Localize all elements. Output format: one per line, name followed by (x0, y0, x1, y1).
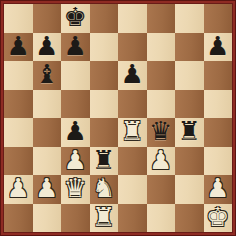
square-f2[interactable] (147, 175, 176, 204)
square-f5[interactable] (147, 90, 176, 119)
square-d5[interactable] (90, 90, 119, 119)
piece-white-pawn[interactable]: ♟ (64, 147, 87, 174)
piece-white-rook[interactable]: ♜ (92, 204, 115, 231)
square-a2[interactable]: ♟ (4, 175, 33, 204)
square-h3[interactable] (204, 147, 233, 176)
piece-black-pawn[interactable]: ♟ (64, 118, 87, 145)
square-h8[interactable] (204, 4, 233, 33)
piece-white-knight[interactable]: ♞ (92, 175, 115, 202)
square-c2[interactable]: ♛ (61, 175, 90, 204)
square-d7[interactable] (90, 33, 119, 62)
square-h5[interactable] (204, 90, 233, 119)
piece-white-rook[interactable]: ♜ (121, 118, 144, 145)
square-a8[interactable] (4, 4, 33, 33)
square-b8[interactable] (33, 4, 62, 33)
square-c4[interactable]: ♟ (61, 118, 90, 147)
square-f1[interactable] (147, 204, 176, 233)
square-b4[interactable] (33, 118, 62, 147)
piece-black-pawn[interactable]: ♟ (206, 33, 229, 60)
square-a6[interactable] (4, 61, 33, 90)
square-g1[interactable] (175, 204, 204, 233)
square-e3[interactable] (118, 147, 147, 176)
square-h6[interactable] (204, 61, 233, 90)
square-c8[interactable]: ♚ (61, 4, 90, 33)
square-e5[interactable] (118, 90, 147, 119)
piece-white-pawn[interactable]: ♟ (206, 175, 229, 202)
square-d4[interactable] (90, 118, 119, 147)
square-a3[interactable] (4, 147, 33, 176)
square-d8[interactable] (90, 4, 119, 33)
square-f4[interactable]: ♛ (147, 118, 176, 147)
square-g8[interactable] (175, 4, 204, 33)
piece-white-pawn[interactable]: ♟ (7, 175, 30, 202)
piece-black-rook[interactable]: ♜ (92, 147, 115, 174)
square-e1[interactable] (118, 204, 147, 233)
square-b5[interactable] (33, 90, 62, 119)
piece-white-queen[interactable]: ♛ (64, 175, 87, 202)
square-d2[interactable]: ♞ (90, 175, 119, 204)
square-b7[interactable]: ♟ (33, 33, 62, 62)
square-h1[interactable]: ♚ (204, 204, 233, 233)
square-e7[interactable] (118, 33, 147, 62)
square-b2[interactable]: ♟ (33, 175, 62, 204)
square-d1[interactable]: ♜ (90, 204, 119, 233)
board-frame: ♚♟♟♟♟♝♟♟♜♛♜♟♜♟♟♟♛♞♟♜♚ (0, 0, 236, 236)
square-c7[interactable]: ♟ (61, 33, 90, 62)
square-b6[interactable]: ♝ (33, 61, 62, 90)
piece-black-pawn[interactable]: ♟ (7, 33, 30, 60)
square-f3[interactable]: ♟ (147, 147, 176, 176)
square-g6[interactable] (175, 61, 204, 90)
square-d3[interactable]: ♜ (90, 147, 119, 176)
piece-white-pawn[interactable]: ♟ (35, 175, 58, 202)
piece-black-bishop[interactable]: ♝ (35, 61, 58, 88)
square-g3[interactable] (175, 147, 204, 176)
square-c3[interactable]: ♟ (61, 147, 90, 176)
piece-black-queen[interactable]: ♛ (149, 118, 172, 145)
square-g4[interactable]: ♜ (175, 118, 204, 147)
piece-white-pawn[interactable]: ♟ (149, 147, 172, 174)
piece-white-king[interactable]: ♚ (206, 204, 229, 231)
piece-black-king[interactable]: ♚ (64, 4, 87, 31)
square-g7[interactable] (175, 33, 204, 62)
square-c1[interactable] (61, 204, 90, 233)
square-e8[interactable] (118, 4, 147, 33)
square-g5[interactable] (175, 90, 204, 119)
piece-black-pawn[interactable]: ♟ (121, 61, 144, 88)
chess-board: ♚♟♟♟♟♝♟♟♜♛♜♟♜♟♟♟♛♞♟♜♚ (4, 4, 232, 232)
square-h2[interactable]: ♟ (204, 175, 233, 204)
square-b1[interactable] (33, 204, 62, 233)
square-g2[interactable] (175, 175, 204, 204)
square-h4[interactable] (204, 118, 233, 147)
square-b3[interactable] (33, 147, 62, 176)
square-f6[interactable] (147, 61, 176, 90)
square-h7[interactable]: ♟ (204, 33, 233, 62)
square-a1[interactable] (4, 204, 33, 233)
piece-black-pawn[interactable]: ♟ (64, 33, 87, 60)
square-d6[interactable] (90, 61, 119, 90)
square-f7[interactable] (147, 33, 176, 62)
square-c6[interactable] (61, 61, 90, 90)
square-a4[interactable] (4, 118, 33, 147)
piece-black-rook[interactable]: ♜ (178, 118, 201, 145)
square-f8[interactable] (147, 4, 176, 33)
square-e2[interactable] (118, 175, 147, 204)
square-c5[interactable] (61, 90, 90, 119)
square-e6[interactable]: ♟ (118, 61, 147, 90)
square-a5[interactable] (4, 90, 33, 119)
piece-black-pawn[interactable]: ♟ (35, 33, 58, 60)
square-a7[interactable]: ♟ (4, 33, 33, 62)
square-e4[interactable]: ♜ (118, 118, 147, 147)
